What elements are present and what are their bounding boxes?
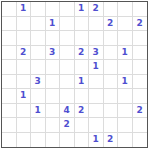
empty-cell-r6c2[interactable] [17,75,32,90]
empty-cell-r9c2[interactable] [17,118,32,133]
empty-cell-r8c7[interactable] [89,104,104,119]
empty-cell-r1c8[interactable] [104,2,119,17]
empty-cell-r10c10[interactable] [133,133,148,148]
empty-cell-r7c1[interactable] [2,89,17,104]
empty-cell-r3c10[interactable] [133,31,148,46]
empty-cell-r4c1[interactable] [2,46,17,61]
empty-cell-r6c8[interactable] [104,75,119,90]
empty-cell-r6c10[interactable] [133,75,148,90]
empty-cell-r5c9[interactable] [118,60,133,75]
empty-cell-r4c3[interactable] [31,46,46,61]
empty-cell-r10c2[interactable] [17,133,32,148]
empty-cell-r9c8[interactable] [104,118,119,133]
empty-cell-r3c8[interactable] [104,31,119,46]
empty-cell-r9c7[interactable] [89,118,104,133]
clue-cell-r9c5: 2 [60,118,75,133]
empty-cell-r9c6[interactable] [75,118,90,133]
empty-cell-r7c9[interactable] [118,89,133,104]
empty-cell-r2c6[interactable] [75,17,90,32]
empty-cell-r5c6[interactable] [75,60,90,75]
clue-cell-r8c10: 2 [133,104,148,119]
empty-cell-r2c1[interactable] [2,17,17,32]
empty-cell-r10c6[interactable] [75,133,90,148]
clue-cell-r8c6: 2 [75,104,90,119]
empty-cell-r9c4[interactable] [46,118,61,133]
clue-cell-r5c7: 1 [89,60,104,75]
clue-cell-r8c5: 4 [60,104,75,119]
empty-cell-r2c9[interactable] [118,17,133,32]
empty-cell-r8c9[interactable] [118,104,133,119]
empty-cell-r3c1[interactable] [2,31,17,46]
clue-cell-r10c7: 1 [89,133,104,148]
clue-cell-r7c2: 1 [17,89,32,104]
empty-cell-r8c4[interactable] [46,104,61,119]
clue-cell-r4c6: 2 [75,46,90,61]
empty-cell-r6c5[interactable] [60,75,75,90]
empty-cell-r3c5[interactable] [60,31,75,46]
clue-cell-r1c7: 2 [89,2,104,17]
empty-cell-r10c5[interactable] [60,133,75,148]
empty-cell-r7c8[interactable] [104,89,119,104]
empty-cell-r5c5[interactable] [60,60,75,75]
clue-cell-r2c4: 1 [46,17,61,32]
empty-cell-r5c1[interactable] [2,60,17,75]
empty-cell-r6c4[interactable] [46,75,61,90]
empty-cell-r7c10[interactable] [133,89,148,104]
empty-cell-r10c1[interactable] [2,133,17,148]
empty-cell-r3c2[interactable] [17,31,32,46]
clue-cell-r6c6: 1 [75,75,90,90]
minesweeper-board: 11212223231131111422212 [1,1,148,148]
empty-cell-r1c5[interactable] [60,2,75,17]
empty-cell-r5c3[interactable] [31,60,46,75]
empty-cell-r3c7[interactable] [89,31,104,46]
empty-cell-r4c10[interactable] [133,46,148,61]
empty-cell-r10c3[interactable] [31,133,46,148]
empty-cell-r1c9[interactable] [118,2,133,17]
empty-cell-r5c8[interactable] [104,60,119,75]
clue-cell-r2c10: 2 [133,17,148,32]
clue-cell-r6c3: 3 [31,75,46,90]
empty-cell-r10c9[interactable] [118,133,133,148]
empty-cell-r2c7[interactable] [89,17,104,32]
empty-cell-r1c1[interactable] [2,2,17,17]
empty-cell-r8c8[interactable] [104,104,119,119]
clue-cell-r8c3: 1 [31,104,46,119]
empty-cell-r3c9[interactable] [118,31,133,46]
empty-cell-r9c9[interactable] [118,118,133,133]
empty-cell-r8c2[interactable] [17,104,32,119]
clue-cell-r1c6: 1 [75,2,90,17]
clue-cell-r4c7: 3 [89,46,104,61]
empty-cell-r1c3[interactable] [31,2,46,17]
clue-cell-r6c9: 1 [118,75,133,90]
empty-cell-r7c5[interactable] [60,89,75,104]
clue-cell-r10c8: 2 [104,133,119,148]
empty-cell-r7c7[interactable] [89,89,104,104]
empty-cell-r1c10[interactable] [133,2,148,17]
empty-cell-r3c6[interactable] [75,31,90,46]
empty-cell-r9c10[interactable] [133,118,148,133]
empty-cell-r5c10[interactable] [133,60,148,75]
clue-cell-r4c9: 1 [118,46,133,61]
empty-cell-r3c4[interactable] [46,31,61,46]
empty-cell-r9c1[interactable] [2,118,17,133]
empty-cell-r3c3[interactable] [31,31,46,46]
empty-cell-r10c4[interactable] [46,133,61,148]
empty-cell-r2c3[interactable] [31,17,46,32]
clue-cell-r1c2: 1 [17,2,32,17]
clue-cell-r4c2: 2 [17,46,32,61]
clue-cell-r2c8: 2 [104,17,119,32]
empty-cell-r2c2[interactable] [17,17,32,32]
empty-cell-r4c8[interactable] [104,46,119,61]
empty-cell-r7c6[interactable] [75,89,90,104]
empty-cell-r5c4[interactable] [46,60,61,75]
empty-cell-r7c4[interactable] [46,89,61,104]
empty-cell-r5c2[interactable] [17,60,32,75]
empty-cell-r1c4[interactable] [46,2,61,17]
empty-cell-r8c1[interactable] [2,104,17,119]
empty-cell-r7c3[interactable] [31,89,46,104]
empty-cell-r6c1[interactable] [2,75,17,90]
clue-cell-r4c4: 3 [46,46,61,61]
empty-cell-r4c5[interactable] [60,46,75,61]
empty-cell-r2c5[interactable] [60,17,75,32]
empty-cell-r9c3[interactable] [31,118,46,133]
empty-cell-r6c7[interactable] [89,75,104,90]
